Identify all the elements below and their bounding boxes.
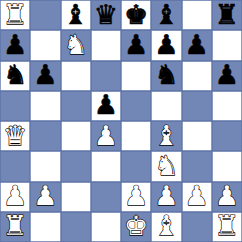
square-b6[interactable]: ♟ bbox=[30, 61, 60, 91]
white-rook[interactable]: ♜ bbox=[215, 212, 239, 239]
square-b1[interactable] bbox=[30, 212, 60, 242]
black-pawn[interactable]: ♟ bbox=[3, 31, 27, 58]
square-h8[interactable]: ♜ bbox=[212, 0, 242, 30]
square-h2[interactable]: ♟ bbox=[212, 182, 242, 212]
square-g6[interactable] bbox=[182, 61, 212, 91]
white-pawn[interactable]: ♟ bbox=[154, 182, 178, 209]
square-h1[interactable]: ♜ bbox=[212, 212, 242, 242]
square-c6[interactable] bbox=[61, 61, 91, 91]
black-bishop[interactable]: ♝ bbox=[154, 1, 178, 28]
square-g5[interactable] bbox=[182, 91, 212, 121]
square-a4[interactable]: ♛ bbox=[0, 121, 30, 151]
square-f6[interactable]: ♞ bbox=[151, 61, 181, 91]
square-a6[interactable]: ♞ bbox=[0, 61, 30, 91]
square-c3[interactable] bbox=[61, 151, 91, 181]
square-g1[interactable] bbox=[182, 212, 212, 242]
square-e8[interactable]: ♚ bbox=[121, 0, 151, 30]
white-pawn[interactable]: ♟ bbox=[33, 182, 57, 209]
black-rook[interactable]: ♜ bbox=[215, 1, 239, 28]
white-bishop[interactable]: ♝ bbox=[154, 212, 178, 239]
square-c7[interactable]: ♞ bbox=[61, 30, 91, 60]
black-queen[interactable]: ♛ bbox=[94, 1, 118, 28]
white-rook[interactable]: ♜ bbox=[3, 1, 27, 28]
square-h6[interactable]: ♟ bbox=[212, 61, 242, 91]
white-king[interactable]: ♚ bbox=[124, 212, 148, 239]
square-f4[interactable]: ♝ bbox=[151, 121, 181, 151]
square-f1[interactable]: ♝ bbox=[151, 212, 181, 242]
square-b2[interactable]: ♟ bbox=[30, 182, 60, 212]
white-bishop[interactable]: ♝ bbox=[154, 122, 178, 149]
square-c2[interactable] bbox=[61, 182, 91, 212]
square-a7[interactable]: ♟ bbox=[0, 30, 30, 60]
white-knight[interactable]: ♞ bbox=[64, 31, 88, 58]
white-knight[interactable]: ♞ bbox=[154, 152, 178, 179]
square-d3[interactable] bbox=[91, 151, 121, 181]
square-a5[interactable] bbox=[0, 91, 30, 121]
black-bishop[interactable]: ♝ bbox=[64, 1, 88, 28]
square-g7[interactable]: ♟ bbox=[182, 30, 212, 60]
black-pawn[interactable]: ♟ bbox=[94, 91, 118, 118]
black-pawn[interactable]: ♟ bbox=[124, 31, 148, 58]
black-king[interactable]: ♚ bbox=[124, 1, 148, 28]
black-pawn[interactable]: ♟ bbox=[33, 61, 57, 88]
black-pawn[interactable]: ♟ bbox=[154, 31, 178, 58]
white-pawn[interactable]: ♟ bbox=[215, 182, 239, 209]
square-b7[interactable] bbox=[30, 30, 60, 60]
square-e2[interactable]: ♟ bbox=[121, 182, 151, 212]
square-f2[interactable]: ♟ bbox=[151, 182, 181, 212]
square-h5[interactable] bbox=[212, 91, 242, 121]
black-pawn[interactable]: ♟ bbox=[185, 31, 209, 58]
square-e3[interactable] bbox=[121, 151, 151, 181]
square-d8[interactable]: ♛ bbox=[91, 0, 121, 30]
square-a3[interactable] bbox=[0, 151, 30, 181]
square-g2[interactable]: ♟ bbox=[182, 182, 212, 212]
square-g3[interactable] bbox=[182, 151, 212, 181]
square-c5[interactable] bbox=[61, 91, 91, 121]
square-d5[interactable]: ♟ bbox=[91, 91, 121, 121]
black-knight[interactable]: ♞ bbox=[154, 61, 178, 88]
chess-board: ♜♝♛♚♝♜♟♞♟♟♟♞♟♞♟♟♛♟♝♞♟♟♟♟♟♟♜♚♝♜ bbox=[0, 0, 242, 242]
white-rook[interactable]: ♜ bbox=[3, 212, 27, 239]
square-e5[interactable] bbox=[121, 91, 151, 121]
square-b8[interactable] bbox=[30, 0, 60, 30]
square-e7[interactable]: ♟ bbox=[121, 30, 151, 60]
square-e6[interactable] bbox=[121, 61, 151, 91]
square-e1[interactable]: ♚ bbox=[121, 212, 151, 242]
square-a2[interactable]: ♟ bbox=[0, 182, 30, 212]
square-b5[interactable] bbox=[30, 91, 60, 121]
square-f5[interactable] bbox=[151, 91, 181, 121]
square-e4[interactable] bbox=[121, 121, 151, 151]
square-d6[interactable] bbox=[91, 61, 121, 91]
white-queen[interactable]: ♛ bbox=[3, 122, 27, 149]
square-g4[interactable] bbox=[182, 121, 212, 151]
square-f8[interactable]: ♝ bbox=[151, 0, 181, 30]
square-d1[interactable] bbox=[91, 212, 121, 242]
square-g8[interactable] bbox=[182, 0, 212, 30]
square-d4[interactable]: ♟ bbox=[91, 121, 121, 151]
square-b3[interactable] bbox=[30, 151, 60, 181]
square-c8[interactable]: ♝ bbox=[61, 0, 91, 30]
square-f7[interactable]: ♟ bbox=[151, 30, 181, 60]
white-pawn[interactable]: ♟ bbox=[94, 122, 118, 149]
square-d2[interactable] bbox=[91, 182, 121, 212]
square-c1[interactable] bbox=[61, 212, 91, 242]
square-c4[interactable] bbox=[61, 121, 91, 151]
square-a1[interactable]: ♜ bbox=[0, 212, 30, 242]
square-h7[interactable] bbox=[212, 30, 242, 60]
black-knight[interactable]: ♞ bbox=[3, 61, 27, 88]
white-pawn[interactable]: ♟ bbox=[185, 182, 209, 209]
square-h3[interactable] bbox=[212, 151, 242, 181]
white-pawn[interactable]: ♟ bbox=[124, 182, 148, 209]
square-h4[interactable] bbox=[212, 121, 242, 151]
square-d7[interactable] bbox=[91, 30, 121, 60]
black-pawn[interactable]: ♟ bbox=[215, 61, 239, 88]
square-b4[interactable] bbox=[30, 121, 60, 151]
square-a8[interactable]: ♜ bbox=[0, 0, 30, 30]
square-f3[interactable]: ♞ bbox=[151, 151, 181, 181]
white-pawn[interactable]: ♟ bbox=[3, 182, 27, 209]
